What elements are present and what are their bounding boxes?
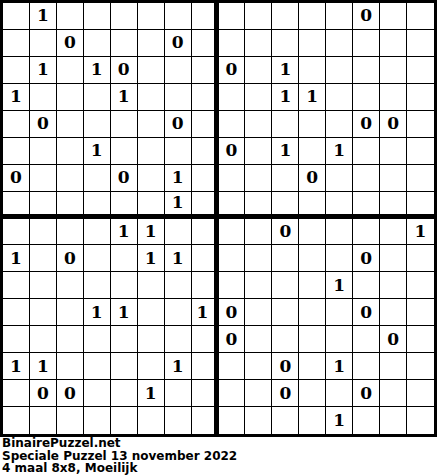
cell-r13c2[interactable] bbox=[30, 326, 57, 353]
cell-r10c6: 1 bbox=[138, 245, 165, 272]
cell-r6c5[interactable] bbox=[111, 138, 138, 165]
cell-r7c15[interactable] bbox=[380, 165, 407, 192]
cell-r9c11: 0 bbox=[272, 219, 299, 246]
cell-r6c2[interactable] bbox=[30, 138, 57, 165]
cell-r3c6[interactable] bbox=[138, 57, 165, 84]
cell-r11c4[interactable] bbox=[84, 272, 111, 299]
cell-r9c1[interactable] bbox=[3, 219, 30, 246]
cell-r6c15[interactable] bbox=[380, 138, 407, 165]
cell-r15c11: 0 bbox=[272, 380, 299, 407]
cell-r14c11: 0 bbox=[272, 353, 299, 380]
cell-r4c7[interactable] bbox=[165, 84, 192, 111]
cell-r7c9[interactable] bbox=[219, 165, 246, 192]
cell-r7c1: 0 bbox=[3, 165, 30, 192]
cell-r14c15[interactable] bbox=[380, 353, 407, 380]
cell-r2c6[interactable] bbox=[138, 30, 165, 57]
cell-r14c1: 1 bbox=[3, 353, 30, 380]
cell-r14c13: 1 bbox=[326, 353, 353, 380]
cell-r4c3[interactable] bbox=[57, 84, 84, 111]
cell-r13c6[interactable] bbox=[138, 326, 165, 353]
cell-r5c8[interactable] bbox=[192, 111, 219, 138]
cell-r9c7[interactable] bbox=[165, 219, 192, 246]
cell-r6c13: 1 bbox=[326, 138, 353, 165]
cell-r10c2[interactable] bbox=[30, 245, 57, 272]
cell-r4c2[interactable] bbox=[30, 84, 57, 111]
cell-r6c4: 1 bbox=[84, 138, 111, 165]
cell-r7c4[interactable] bbox=[84, 165, 111, 192]
binary-puzzle-board: 1000110011111000010110010111011011011110… bbox=[0, 0, 437, 437]
cell-r16c7[interactable] bbox=[165, 407, 192, 434]
cell-r14c10[interactable] bbox=[245, 353, 272, 380]
cell-r5c16[interactable] bbox=[407, 111, 434, 138]
cell-r13c5[interactable] bbox=[111, 326, 138, 353]
cell-r13c15: 0 bbox=[380, 326, 407, 353]
cell-r15c12[interactable] bbox=[299, 380, 326, 407]
cell-r9c14[interactable] bbox=[353, 219, 380, 246]
cell-r3c4: 1 bbox=[84, 57, 111, 84]
cell-r15c8[interactable] bbox=[192, 380, 219, 407]
cell-r7c6[interactable] bbox=[138, 165, 165, 192]
cell-r4c10[interactable] bbox=[245, 84, 272, 111]
cell-r9c10[interactable] bbox=[245, 219, 272, 246]
cell-r12c13[interactable] bbox=[326, 299, 353, 326]
cell-r5c7: 0 bbox=[165, 111, 192, 138]
cell-r10c1: 1 bbox=[3, 245, 30, 272]
cell-r2c4[interactable] bbox=[84, 30, 111, 57]
cell-r11c16[interactable] bbox=[407, 272, 434, 299]
cell-r13c16[interactable] bbox=[407, 326, 434, 353]
cell-r14c9[interactable] bbox=[219, 353, 246, 380]
cell-r10c5[interactable] bbox=[111, 245, 138, 272]
cell-r3c15[interactable] bbox=[380, 57, 407, 84]
cell-r15c7[interactable] bbox=[165, 380, 192, 407]
cell-r8c9[interactable] bbox=[219, 192, 246, 219]
cell-r5c14: 0 bbox=[353, 111, 380, 138]
cell-r11c9[interactable] bbox=[219, 272, 246, 299]
cell-r5c2: 0 bbox=[30, 111, 57, 138]
cell-r3c10[interactable] bbox=[245, 57, 272, 84]
cell-r2c11[interactable] bbox=[272, 30, 299, 57]
cell-r3c8[interactable] bbox=[192, 57, 219, 84]
cell-r3c2: 1 bbox=[30, 57, 57, 84]
cell-r4c8[interactable] bbox=[192, 84, 219, 111]
cell-r15c9[interactable] bbox=[219, 380, 246, 407]
cell-r14c4[interactable] bbox=[84, 353, 111, 380]
cell-r4c13[interactable] bbox=[326, 84, 353, 111]
cell-r16c5[interactable] bbox=[111, 407, 138, 434]
cell-r8c4[interactable] bbox=[84, 192, 111, 219]
cell-r15c6: 1 bbox=[138, 380, 165, 407]
cell-r4c4[interactable] bbox=[84, 84, 111, 111]
cell-r15c15[interactable] bbox=[380, 380, 407, 407]
cell-r12c2[interactable] bbox=[30, 299, 57, 326]
cell-r12c7[interactable] bbox=[165, 299, 192, 326]
cell-r2c3: 0 bbox=[57, 30, 84, 57]
cell-r6c6[interactable] bbox=[138, 138, 165, 165]
cell-r1c12[interactable] bbox=[299, 3, 326, 30]
cell-r13c3[interactable] bbox=[57, 326, 84, 353]
cell-r12c15[interactable] bbox=[380, 299, 407, 326]
cell-r1c3[interactable] bbox=[57, 3, 84, 30]
cell-r7c10[interactable] bbox=[245, 165, 272, 192]
cell-r10c4[interactable] bbox=[84, 245, 111, 272]
cell-r15c16[interactable] bbox=[407, 380, 434, 407]
cell-r7c5: 0 bbox=[111, 165, 138, 192]
cell-r12c6[interactable] bbox=[138, 299, 165, 326]
cell-r16c9[interactable] bbox=[219, 407, 246, 434]
cell-r11c14[interactable] bbox=[353, 272, 380, 299]
cell-r5c11[interactable] bbox=[272, 111, 299, 138]
cell-r2c16[interactable] bbox=[407, 30, 434, 57]
cell-r4c16[interactable] bbox=[407, 84, 434, 111]
cell-r9c2[interactable] bbox=[30, 219, 57, 246]
cell-r9c13[interactable] bbox=[326, 219, 353, 246]
cell-r8c13[interactable] bbox=[326, 192, 353, 219]
cell-r10c10[interactable] bbox=[245, 245, 272, 272]
cell-r6c8[interactable] bbox=[192, 138, 219, 165]
cell-r5c13[interactable] bbox=[326, 111, 353, 138]
cell-r1c10[interactable] bbox=[245, 3, 272, 30]
puzzle-info: 4 maal 8x8, Moeilijk bbox=[2, 462, 237, 475]
cell-r2c7: 0 bbox=[165, 30, 192, 57]
cell-r11c10[interactable] bbox=[245, 272, 272, 299]
cell-r16c12[interactable] bbox=[299, 407, 326, 434]
cell-r16c6[interactable] bbox=[138, 407, 165, 434]
cell-r4c6[interactable] bbox=[138, 84, 165, 111]
cell-r11c8[interactable] bbox=[192, 272, 219, 299]
cell-r11c7[interactable] bbox=[165, 272, 192, 299]
cell-r16c8[interactable] bbox=[192, 407, 219, 434]
cell-r10c7: 1 bbox=[165, 245, 192, 272]
cell-r15c1[interactable] bbox=[3, 380, 30, 407]
cell-r15c5[interactable] bbox=[111, 380, 138, 407]
cell-r12c8: 1 bbox=[192, 299, 219, 326]
cell-r6c14[interactable] bbox=[353, 138, 380, 165]
cell-r13c7[interactable] bbox=[165, 326, 192, 353]
cell-r14c12[interactable] bbox=[299, 353, 326, 380]
cell-r7c13[interactable] bbox=[326, 165, 353, 192]
cell-r16c4[interactable] bbox=[84, 407, 111, 434]
cell-r1c6[interactable] bbox=[138, 3, 165, 30]
cell-r10c8[interactable] bbox=[192, 245, 219, 272]
cell-r5c6[interactable] bbox=[138, 111, 165, 138]
cell-r4c15[interactable] bbox=[380, 84, 407, 111]
cell-r8c6[interactable] bbox=[138, 192, 165, 219]
cell-r7c12: 0 bbox=[299, 165, 326, 192]
cell-r8c15[interactable] bbox=[380, 192, 407, 219]
cell-r10c3: 0 bbox=[57, 245, 84, 272]
cell-r8c7: 1 bbox=[165, 192, 192, 219]
cell-r5c3[interactable] bbox=[57, 111, 84, 138]
cell-r9c8[interactable] bbox=[192, 219, 219, 246]
cell-r14c6[interactable] bbox=[138, 353, 165, 380]
cell-r2c9[interactable] bbox=[219, 30, 246, 57]
cell-r7c11[interactable] bbox=[272, 165, 299, 192]
cell-r14c5[interactable] bbox=[111, 353, 138, 380]
cell-r16c3[interactable] bbox=[57, 407, 84, 434]
cell-r12c14: 0 bbox=[353, 299, 380, 326]
cell-r2c12[interactable] bbox=[299, 30, 326, 57]
cell-r1c8[interactable] bbox=[192, 3, 219, 30]
cell-r13c14[interactable] bbox=[353, 326, 380, 353]
cell-r3c12[interactable] bbox=[299, 57, 326, 84]
cell-r12c10[interactable] bbox=[245, 299, 272, 326]
cell-r14c16[interactable] bbox=[407, 353, 434, 380]
cell-r1c4[interactable] bbox=[84, 3, 111, 30]
cell-r15c2: 0 bbox=[30, 380, 57, 407]
cell-r7c2[interactable] bbox=[30, 165, 57, 192]
cell-r11c15[interactable] bbox=[380, 272, 407, 299]
cell-r5c4[interactable] bbox=[84, 111, 111, 138]
cell-r1c15[interactable] bbox=[380, 3, 407, 30]
cell-r11c1[interactable] bbox=[3, 272, 30, 299]
cell-r7c3[interactable] bbox=[57, 165, 84, 192]
cell-r13c11[interactable] bbox=[272, 326, 299, 353]
cell-r2c15[interactable] bbox=[380, 30, 407, 57]
cell-r5c5[interactable] bbox=[111, 111, 138, 138]
cell-r11c12[interactable] bbox=[299, 272, 326, 299]
cell-r13c9: 0 bbox=[219, 326, 246, 353]
cell-r15c3: 0 bbox=[57, 380, 84, 407]
cell-r3c16[interactable] bbox=[407, 57, 434, 84]
cell-r14c14[interactable] bbox=[353, 353, 380, 380]
cell-r3c5: 0 bbox=[111, 57, 138, 84]
cell-r3c13[interactable] bbox=[326, 57, 353, 84]
cell-r8c2[interactable] bbox=[30, 192, 57, 219]
cell-r6c11: 1 bbox=[272, 138, 299, 165]
cell-r8c10[interactable] bbox=[245, 192, 272, 219]
cell-r11c3[interactable] bbox=[57, 272, 84, 299]
cell-r3c14[interactable] bbox=[353, 57, 380, 84]
cell-r16c10[interactable] bbox=[245, 407, 272, 434]
cell-r2c5[interactable] bbox=[111, 30, 138, 57]
cell-r12c9: 0 bbox=[219, 299, 246, 326]
cell-r14c7: 1 bbox=[165, 353, 192, 380]
cell-r3c7[interactable] bbox=[165, 57, 192, 84]
cell-r13c10[interactable] bbox=[245, 326, 272, 353]
cell-r7c8[interactable] bbox=[192, 165, 219, 192]
cell-r2c14[interactable] bbox=[353, 30, 380, 57]
cell-r16c14[interactable] bbox=[353, 407, 380, 434]
cell-r9c6: 1 bbox=[138, 219, 165, 246]
cell-r4c14[interactable] bbox=[353, 84, 380, 111]
cell-r12c5: 1 bbox=[111, 299, 138, 326]
cell-r6c16[interactable] bbox=[407, 138, 434, 165]
cell-r13c4[interactable] bbox=[84, 326, 111, 353]
site-name: BinairePuzzel.net bbox=[2, 437, 237, 450]
cell-r1c14: 0 bbox=[353, 3, 380, 30]
cell-r2c8[interactable] bbox=[192, 30, 219, 57]
cell-r14c2: 1 bbox=[30, 353, 57, 380]
cell-r5c12[interactable] bbox=[299, 111, 326, 138]
cell-r1c16[interactable] bbox=[407, 3, 434, 30]
cell-r16c1[interactable] bbox=[3, 407, 30, 434]
cell-r2c2[interactable] bbox=[30, 30, 57, 57]
cell-r11c13: 1 bbox=[326, 272, 353, 299]
cell-r9c5: 1 bbox=[111, 219, 138, 246]
cell-r6c12[interactable] bbox=[299, 138, 326, 165]
cell-r12c16[interactable] bbox=[407, 299, 434, 326]
cell-r12c4: 1 bbox=[84, 299, 111, 326]
cell-r2c10[interactable] bbox=[245, 30, 272, 57]
cell-r16c2[interactable] bbox=[30, 407, 57, 434]
cell-r13c1[interactable] bbox=[3, 326, 30, 353]
cell-r1c5[interactable] bbox=[111, 3, 138, 30]
cell-r14c3[interactable] bbox=[57, 353, 84, 380]
cell-r16c16[interactable] bbox=[407, 407, 434, 434]
cell-r7c7: 1 bbox=[165, 165, 192, 192]
cell-r2c1[interactable] bbox=[3, 30, 30, 57]
cell-r3c9: 0 bbox=[219, 57, 246, 84]
cell-r6c10[interactable] bbox=[245, 138, 272, 165]
cell-r9c4[interactable] bbox=[84, 219, 111, 246]
footer: BinairePuzzel.net Speciale Puzzel 13 nov… bbox=[2, 437, 237, 475]
cell-r8c8[interactable] bbox=[192, 192, 219, 219]
cell-r13c13[interactable] bbox=[326, 326, 353, 353]
cell-r6c3[interactable] bbox=[57, 138, 84, 165]
cell-r3c1[interactable] bbox=[3, 57, 30, 84]
cell-r5c10[interactable] bbox=[245, 111, 272, 138]
cell-r10c16[interactable] bbox=[407, 245, 434, 272]
cell-r8c1[interactable] bbox=[3, 192, 30, 219]
cell-r1c1[interactable] bbox=[3, 3, 30, 30]
cell-r9c12[interactable] bbox=[299, 219, 326, 246]
cell-r13c12[interactable] bbox=[299, 326, 326, 353]
cell-r15c10[interactable] bbox=[245, 380, 272, 407]
cell-r9c16: 1 bbox=[407, 219, 434, 246]
cell-r6c1[interactable] bbox=[3, 138, 30, 165]
cell-r8c16[interactable] bbox=[407, 192, 434, 219]
cell-r7c16[interactable] bbox=[407, 165, 434, 192]
cell-r9c3[interactable] bbox=[57, 219, 84, 246]
cell-r14c8[interactable] bbox=[192, 353, 219, 380]
cell-r13c8[interactable] bbox=[192, 326, 219, 353]
cell-r10c14: 0 bbox=[353, 245, 380, 272]
cell-r16c13: 1 bbox=[326, 407, 353, 434]
cell-r4c11: 1 bbox=[272, 84, 299, 111]
cell-r1c9[interactable] bbox=[219, 3, 246, 30]
cell-r12c3[interactable] bbox=[57, 299, 84, 326]
cell-r15c13[interactable] bbox=[326, 380, 353, 407]
cell-r5c1[interactable] bbox=[3, 111, 30, 138]
cell-r8c3[interactable] bbox=[57, 192, 84, 219]
cell-r16c15[interactable] bbox=[380, 407, 407, 434]
cell-r10c15[interactable] bbox=[380, 245, 407, 272]
cell-r9c9[interactable] bbox=[219, 219, 246, 246]
cell-r6c9: 0 bbox=[219, 138, 246, 165]
cell-r6c7[interactable] bbox=[165, 138, 192, 165]
cell-r11c6[interactable] bbox=[138, 272, 165, 299]
cell-r1c13[interactable] bbox=[326, 3, 353, 30]
cell-r3c3[interactable] bbox=[57, 57, 84, 84]
cell-r12c11[interactable] bbox=[272, 299, 299, 326]
cell-r4c12: 1 bbox=[299, 84, 326, 111]
cell-r4c9[interactable] bbox=[219, 84, 246, 111]
cell-r11c11[interactable] bbox=[272, 272, 299, 299]
cell-r10c11[interactable] bbox=[272, 245, 299, 272]
cell-r10c9[interactable] bbox=[219, 245, 246, 272]
cell-r1c7[interactable] bbox=[165, 3, 192, 30]
cell-r15c4[interactable] bbox=[84, 380, 111, 407]
cell-r10c13[interactable] bbox=[326, 245, 353, 272]
cell-r3c11: 1 bbox=[272, 57, 299, 84]
cell-r12c1[interactable] bbox=[3, 299, 30, 326]
cell-r11c2[interactable] bbox=[30, 272, 57, 299]
cell-r4c1: 1 bbox=[3, 84, 30, 111]
cell-r2c13[interactable] bbox=[326, 30, 353, 57]
cell-r8c12[interactable] bbox=[299, 192, 326, 219]
cell-r5c9[interactable] bbox=[219, 111, 246, 138]
cell-r15c14: 0 bbox=[353, 380, 380, 407]
cell-r10c12[interactable] bbox=[299, 245, 326, 272]
cell-r4c5: 1 bbox=[111, 84, 138, 111]
cell-r12c12[interactable] bbox=[299, 299, 326, 326]
cell-r8c5[interactable] bbox=[111, 192, 138, 219]
cell-r8c14[interactable] bbox=[353, 192, 380, 219]
cell-r5c15: 0 bbox=[380, 111, 407, 138]
cell-r7c14[interactable] bbox=[353, 165, 380, 192]
cell-r8c11[interactable] bbox=[272, 192, 299, 219]
cell-r1c2: 1 bbox=[30, 3, 57, 30]
cell-r11c5[interactable] bbox=[111, 272, 138, 299]
cell-r1c11[interactable] bbox=[272, 3, 299, 30]
cell-r16c11[interactable] bbox=[272, 407, 299, 434]
cell-r9c15[interactable] bbox=[380, 219, 407, 246]
